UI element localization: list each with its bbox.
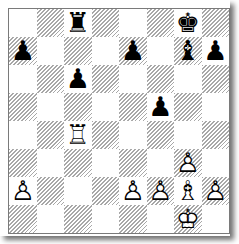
piece-black-bishop: ♝	[174, 37, 202, 65]
square-e6	[119, 65, 147, 93]
square-h8	[202, 9, 230, 37]
square-c3	[64, 149, 92, 177]
piece-white-king: ♚♔	[174, 205, 202, 233]
square-h3	[202, 149, 230, 177]
square-d6	[92, 65, 120, 93]
square-g7: ♝	[174, 37, 202, 65]
square-f3	[147, 149, 175, 177]
square-e4	[119, 121, 147, 149]
piece-black-rook: ♜	[64, 9, 92, 37]
square-f8	[147, 9, 175, 37]
square-d3	[92, 149, 120, 177]
square-f2: ♟♙	[147, 177, 175, 205]
piece-black-king: ♚	[174, 9, 202, 37]
square-d4	[92, 121, 120, 149]
square-d1	[92, 205, 120, 233]
square-a7: ♟	[9, 37, 37, 65]
piece-white-rook: ♜♖	[64, 121, 92, 149]
square-f5: ♟	[147, 93, 175, 121]
square-g2: ♝♗	[174, 177, 202, 205]
square-f7	[147, 37, 175, 65]
square-a4	[9, 121, 37, 149]
piece-black-pawn: ♟	[147, 93, 175, 121]
square-a8	[9, 9, 37, 37]
square-d2	[92, 177, 120, 205]
square-c5	[64, 93, 92, 121]
square-c2	[64, 177, 92, 205]
square-h1	[202, 205, 230, 233]
piece-white-pawn: ♟♙	[174, 149, 202, 177]
square-f6	[147, 65, 175, 93]
piece-white-pawn: ♟♙	[202, 177, 230, 205]
square-c6: ♟	[64, 65, 92, 93]
square-g3: ♟♙	[174, 149, 202, 177]
square-d5	[92, 93, 120, 121]
square-b8	[37, 9, 65, 37]
piece-white-pawn: ♟♙	[119, 177, 147, 205]
piece-white-pawn: ♟♙	[147, 177, 175, 205]
square-h4	[202, 121, 230, 149]
piece-white-pawn: ♟♙	[9, 177, 37, 205]
square-e1	[119, 205, 147, 233]
square-g8: ♚	[174, 9, 202, 37]
square-e7: ♟	[119, 37, 147, 65]
square-d7	[92, 37, 120, 65]
square-b2	[37, 177, 65, 205]
square-a6	[9, 65, 37, 93]
square-e8	[119, 9, 147, 37]
square-a5	[9, 93, 37, 121]
square-e2: ♟♙	[119, 177, 147, 205]
square-h6	[202, 65, 230, 93]
square-g1: ♚♔	[174, 205, 202, 233]
square-f1	[147, 205, 175, 233]
square-c8: ♜	[64, 9, 92, 37]
square-c4: ♜♖	[64, 121, 92, 149]
square-g4	[174, 121, 202, 149]
piece-black-pawn: ♟	[119, 37, 147, 65]
square-f4	[147, 121, 175, 149]
square-h7: ♟	[202, 37, 230, 65]
square-a1	[9, 205, 37, 233]
square-b4	[37, 121, 65, 149]
piece-black-pawn: ♟	[64, 65, 92, 93]
square-c1	[64, 205, 92, 233]
piece-white-bishop: ♝♗	[174, 177, 202, 205]
square-h2: ♟♙	[202, 177, 230, 205]
chess-board: ♜♚♟♟♝♟♟♟♜♖♟♙♟♙♟♙♟♙♝♗♟♙♚♔	[8, 8, 230, 234]
square-e3	[119, 149, 147, 177]
square-d8	[92, 9, 120, 37]
square-a3	[9, 149, 37, 177]
square-b1	[37, 205, 65, 233]
square-b5	[37, 93, 65, 121]
square-c7	[64, 37, 92, 65]
piece-black-pawn: ♟	[9, 37, 37, 65]
square-e5	[119, 93, 147, 121]
square-b6	[37, 65, 65, 93]
square-g5	[174, 93, 202, 121]
square-b7	[37, 37, 65, 65]
square-g6	[174, 65, 202, 93]
square-a2: ♟♙	[9, 177, 37, 205]
piece-black-pawn: ♟	[202, 37, 230, 65]
square-h5	[202, 93, 230, 121]
diagram-photo-frame: ♜♚♟♟♝♟♟♟♜♖♟♙♟♙♟♙♟♙♝♗♟♙♚♔	[0, 0, 230, 236]
square-b3	[37, 149, 65, 177]
